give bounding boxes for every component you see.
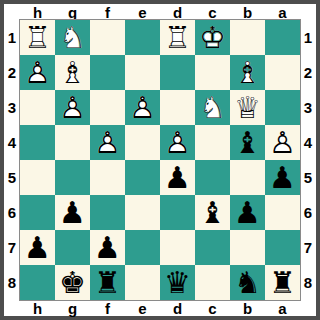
square-a5[interactable]: ♟ [265, 160, 300, 195]
file-label-h: h [20, 4, 55, 21]
square-g2[interactable]: ♝♗ [55, 55, 90, 90]
rank-label-2: 2 [4, 55, 20, 90]
piece-white-king[interactable]: ♚♔ [195, 20, 230, 55]
square-f7[interactable]: ♟ [90, 230, 125, 265]
board: ♜♖♞♘♜♖♚♔♟♙♝♗♝♗♟♙♟♙♞♘♛♕♟♙♟♙♝♟♙♟♟♟♝♟♟♟♚♜♛♞… [20, 20, 300, 300]
rank-label-1: 1 [4, 20, 20, 55]
corner-bottom-left [4, 300, 20, 316]
square-g6[interactable]: ♟ [55, 195, 90, 230]
piece-black-pawn[interactable]: ♟ [90, 230, 125, 265]
file-label-h: h [20, 300, 55, 317]
rank-label-7: 7 [300, 230, 316, 265]
square-h1[interactable]: ♜♖ [20, 20, 55, 55]
white-piece-outline: ♖ [160, 20, 195, 55]
square-c4[interactable] [195, 125, 230, 160]
piece-white-queen[interactable]: ♛♕ [230, 90, 265, 125]
square-f8[interactable]: ♜ [90, 265, 125, 300]
piece-black-king[interactable]: ♚ [55, 265, 90, 300]
corner-bottom-right [300, 300, 316, 316]
square-e5[interactable] [125, 160, 160, 195]
file-label-e: e [125, 300, 160, 317]
piece-black-queen[interactable]: ♛ [160, 265, 195, 300]
square-b6[interactable]: ♟ [230, 195, 265, 230]
piece-white-pawn[interactable]: ♟♙ [160, 125, 195, 160]
square-g1[interactable]: ♞♘ [55, 20, 90, 55]
piece-white-knight[interactable]: ♞♘ [195, 90, 230, 125]
square-h4[interactable] [20, 125, 55, 160]
rank-labels-left: 12345678 [4, 20, 20, 300]
square-a4[interactable]: ♟♙ [265, 125, 300, 160]
square-b4[interactable]: ♝ [230, 125, 265, 160]
white-piece-outline: ♘ [55, 20, 90, 55]
file-label-e: e [125, 4, 160, 21]
square-h5[interactable] [20, 160, 55, 195]
square-a3[interactable] [265, 90, 300, 125]
piece-black-pawn[interactable]: ♟ [55, 195, 90, 230]
square-d7[interactable] [160, 230, 195, 265]
rank-label-2: 2 [300, 55, 316, 90]
square-e1[interactable] [125, 20, 160, 55]
file-label-f: f [90, 4, 125, 21]
square-c5[interactable] [195, 160, 230, 195]
piece-white-rook[interactable]: ♜♖ [20, 20, 55, 55]
square-e8[interactable] [125, 265, 160, 300]
square-h7[interactable]: ♟ [20, 230, 55, 265]
file-label-g: g [55, 300, 90, 317]
file-label-c: c [195, 300, 230, 317]
square-d5[interactable]: ♟ [160, 160, 195, 195]
square-h2[interactable]: ♟♙ [20, 55, 55, 90]
white-piece-outline: ♖ [20, 20, 55, 55]
file-label-g: g [55, 4, 90, 21]
piece-white-rook[interactable]: ♜♖ [160, 20, 195, 55]
rank-label-4: 4 [4, 125, 20, 160]
piece-black-knight[interactable]: ♞ [230, 265, 265, 300]
square-b2[interactable]: ♝♗ [230, 55, 265, 90]
square-e7[interactable] [125, 230, 160, 265]
rank-label-7: 7 [4, 230, 20, 265]
piece-black-bishop[interactable]: ♝ [230, 125, 265, 160]
square-d4[interactable]: ♟♙ [160, 125, 195, 160]
file-labels-top: hgfedcba [20, 4, 300, 20]
file-labels-bottom: hgfedcba [20, 300, 300, 316]
square-c3[interactable]: ♞♘ [195, 90, 230, 125]
rank-label-8: 8 [300, 265, 316, 300]
square-f3[interactable] [90, 90, 125, 125]
piece-white-bishop[interactable]: ♝♗ [55, 55, 90, 90]
rank-label-3: 3 [300, 90, 316, 125]
chessboard-panel: hgfedcba 12345678 ♜♖♞♘♜♖♚♔♟♙♝♗♝♗♟♙♟♙♞♘♛♕… [4, 4, 316, 316]
square-b8[interactable]: ♞ [230, 265, 265, 300]
rank-labels-right: 12345678 [300, 20, 316, 300]
white-piece-outline: ♙ [90, 125, 125, 160]
square-e4[interactable] [125, 125, 160, 160]
piece-black-pawn[interactable]: ♟ [265, 160, 300, 195]
piece-black-pawn[interactable]: ♟ [20, 230, 55, 265]
white-piece-outline: ♙ [55, 90, 90, 125]
white-piece-outline: ♙ [160, 125, 195, 160]
square-f4[interactable]: ♟♙ [90, 125, 125, 160]
square-c2[interactable] [195, 55, 230, 90]
square-d1[interactable]: ♜♖ [160, 20, 195, 55]
rank-label-4: 4 [300, 125, 316, 160]
square-b5[interactable] [230, 160, 265, 195]
rank-label-6: 6 [4, 195, 20, 230]
square-d8[interactable]: ♛ [160, 265, 195, 300]
square-e2[interactable] [125, 55, 160, 90]
square-b1[interactable] [230, 20, 265, 55]
square-h8[interactable] [20, 265, 55, 300]
white-piece-outline: ♙ [20, 55, 55, 90]
square-d2[interactable] [160, 55, 195, 90]
square-g4[interactable] [55, 125, 90, 160]
square-e6[interactable] [125, 195, 160, 230]
file-label-c: c [195, 4, 230, 21]
square-c7[interactable] [195, 230, 230, 265]
square-f1[interactable] [90, 20, 125, 55]
square-g3[interactable]: ♟♙ [55, 90, 90, 125]
white-piece-outline: ♔ [195, 20, 230, 55]
square-f5[interactable] [90, 160, 125, 195]
white-piece-outline: ♙ [125, 90, 160, 125]
white-piece-outline: ♘ [195, 90, 230, 125]
piece-black-bishop[interactable]: ♝ [195, 195, 230, 230]
chessboard-frame: hgfedcba 12345678 ♜♖♞♘♜♖♚♔♟♙♝♗♝♗♟♙♟♙♞♘♛♕… [0, 0, 320, 320]
square-a6[interactable] [265, 195, 300, 230]
file-label-b: b [230, 300, 265, 317]
piece-black-rook[interactable]: ♜ [265, 265, 300, 300]
square-b7[interactable] [230, 230, 265, 265]
rank-label-5: 5 [4, 160, 20, 195]
piece-black-rook[interactable]: ♜ [90, 265, 125, 300]
square-c8[interactable] [195, 265, 230, 300]
square-d3[interactable] [160, 90, 195, 125]
square-a1[interactable] [265, 20, 300, 55]
piece-white-pawn[interactable]: ♟♙ [265, 125, 300, 160]
square-b3[interactable]: ♛♕ [230, 90, 265, 125]
piece-white-pawn[interactable]: ♟♙ [55, 90, 90, 125]
rank-label-6: 6 [300, 195, 316, 230]
square-g5[interactable] [55, 160, 90, 195]
square-g8[interactable]: ♚ [55, 265, 90, 300]
rank-label-3: 3 [4, 90, 20, 125]
piece-white-knight[interactable]: ♞♘ [55, 20, 90, 55]
square-d6[interactable] [160, 195, 195, 230]
piece-black-pawn[interactable]: ♟ [160, 160, 195, 195]
white-piece-outline: ♙ [265, 125, 300, 160]
piece-white-pawn[interactable]: ♟♙ [20, 55, 55, 90]
file-label-a: a [265, 4, 300, 21]
white-piece-outline: ♗ [55, 55, 90, 90]
square-c1[interactable]: ♚♔ [195, 20, 230, 55]
square-f6[interactable] [90, 195, 125, 230]
corner-top-right [300, 4, 316, 20]
rank-label-1: 1 [300, 20, 316, 55]
rank-label-8: 8 [4, 265, 20, 300]
square-c6[interactable]: ♝ [195, 195, 230, 230]
piece-black-pawn[interactable]: ♟ [230, 195, 265, 230]
white-piece-outline: ♗ [230, 55, 265, 90]
square-a8[interactable]: ♜ [265, 265, 300, 300]
piece-white-pawn[interactable]: ♟♙ [125, 90, 160, 125]
piece-white-pawn[interactable]: ♟♙ [90, 125, 125, 160]
rank-label-5: 5 [300, 160, 316, 195]
square-h3[interactable] [20, 90, 55, 125]
file-label-d: d [160, 4, 195, 21]
corner-top-left [4, 4, 20, 20]
square-e3[interactable]: ♟♙ [125, 90, 160, 125]
file-label-a: a [265, 300, 300, 317]
square-a2[interactable] [265, 55, 300, 90]
square-a7[interactable] [265, 230, 300, 265]
file-label-f: f [90, 300, 125, 317]
square-f2[interactable] [90, 55, 125, 90]
piece-white-bishop[interactable]: ♝♗ [230, 55, 265, 90]
file-label-b: b [230, 4, 265, 21]
square-g7[interactable] [55, 230, 90, 265]
square-h6[interactable] [20, 195, 55, 230]
white-piece-outline: ♕ [230, 90, 265, 125]
file-label-d: d [160, 300, 195, 317]
